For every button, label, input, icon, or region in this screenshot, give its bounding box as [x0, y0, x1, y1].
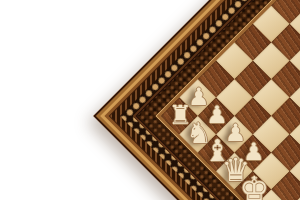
white-pawn-d2: ♟: [243, 140, 265, 164]
white-pawn-a2: ♟: [188, 85, 210, 109]
board-edge-molding: ♟♟♟♟♜♞♝♛♚: [93, 0, 300, 200]
white-pawn-b2: ♟: [206, 103, 228, 127]
studio-background: ♟♟♟♟♜♞♝♛♚: [0, 0, 300, 200]
white-pawn-c2: ♟: [225, 121, 247, 145]
chess-board: ♟♟♟♟♜♞♝♛♚: [93, 0, 300, 200]
checkerboard-field: ♟♟♟♟♜♞♝♛♚: [161, 0, 300, 200]
inner-frame-line: ♟♟♟♟♜♞♝♛♚: [155, 0, 300, 200]
carved-filigree-band: ♟♟♟♟♜♞♝♛♚: [133, 0, 300, 200]
bead-row-band: ♟♟♟♟♜♞♝♛♚: [120, 0, 300, 200]
carved-rope-band: ♟♟♟♟♜♞♝♛♚: [110, 0, 300, 200]
board-shadow-wrap: ♟♟♟♟♜♞♝♛♚: [0, 0, 300, 200]
